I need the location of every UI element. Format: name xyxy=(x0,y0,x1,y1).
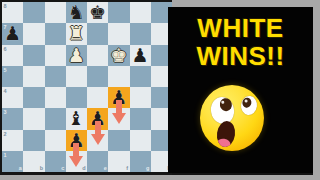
white-rook[interactable]: ♜ xyxy=(66,23,87,44)
white-pawn[interactable]: ♟ xyxy=(66,45,87,66)
square-b5[interactable] xyxy=(23,66,44,87)
square-c7[interactable] xyxy=(45,23,66,44)
square-d7[interactable]: ♜ xyxy=(66,23,87,44)
headline-line2: WINS!! xyxy=(168,42,313,70)
black-king[interactable]: ♚ xyxy=(87,2,108,23)
black-pawn[interactable]: ♟ xyxy=(2,23,23,44)
square-g4[interactable] xyxy=(130,87,151,108)
square-c3[interactable] xyxy=(45,108,66,129)
square-g2[interactable] xyxy=(130,130,151,151)
square-f2[interactable] xyxy=(108,130,129,151)
square-a6[interactable]: 6 xyxy=(2,45,23,66)
square-f1[interactable]: f xyxy=(108,151,129,172)
black-pawn[interactable]: ♟ xyxy=(130,45,151,66)
rank-label-4: 4 xyxy=(4,88,7,94)
square-g8[interactable] xyxy=(130,2,151,23)
square-d5[interactable] xyxy=(66,66,87,87)
square-d4[interactable] xyxy=(66,87,87,108)
square-g6[interactable]: ♟ xyxy=(130,45,151,66)
square-a8[interactable]: 8 xyxy=(2,2,23,23)
square-b3[interactable] xyxy=(23,108,44,129)
square-a3[interactable]: 3 xyxy=(2,108,23,129)
square-c8[interactable] xyxy=(45,2,66,23)
black-bishop[interactable]: ♝ xyxy=(66,108,87,129)
file-label-a: a xyxy=(19,165,22,171)
square-g5[interactable] xyxy=(130,66,151,87)
square-b1[interactable]: b xyxy=(23,151,44,172)
square-f7[interactable] xyxy=(108,23,129,44)
square-c2[interactable] xyxy=(45,130,66,151)
square-a2[interactable]: 2 xyxy=(2,130,23,151)
square-c1[interactable]: c xyxy=(45,151,66,172)
move-arrow-d2-d1 xyxy=(69,143,83,167)
white-king[interactable]: ♚ xyxy=(108,45,129,66)
rank-label-1: 1 xyxy=(4,152,7,158)
file-label-f: f xyxy=(126,165,128,171)
square-b8[interactable] xyxy=(23,2,44,23)
square-a1[interactable]: 1a xyxy=(2,151,23,172)
board-frame: 8♞♚7♟♜6♟♚♟54♟3♝♟2♟1abcdefgh xyxy=(0,0,172,175)
square-d6[interactable]: ♟ xyxy=(66,45,87,66)
move-arrow-f4-f3 xyxy=(112,100,126,124)
headline-line1: WHITE xyxy=(168,14,313,42)
square-e4[interactable] xyxy=(87,87,108,108)
shocked-face-emoji xyxy=(200,85,264,151)
square-e1[interactable]: e xyxy=(87,151,108,172)
square-c6[interactable] xyxy=(45,45,66,66)
square-b2[interactable] xyxy=(23,130,44,151)
move-arrow-e3-e2 xyxy=(91,121,105,145)
square-b4[interactable] xyxy=(23,87,44,108)
file-label-g: g xyxy=(146,165,149,171)
headline-text: WHITE WINS!! xyxy=(168,14,313,70)
file-label-b: b xyxy=(40,165,43,171)
square-a5[interactable]: 5 xyxy=(2,66,23,87)
square-b6[interactable] xyxy=(23,45,44,66)
square-d8[interactable]: ♞ xyxy=(66,2,87,23)
square-e5[interactable] xyxy=(87,66,108,87)
square-g3[interactable] xyxy=(130,108,151,129)
rank-label-2: 2 xyxy=(4,131,7,137)
square-e7[interactable] xyxy=(87,23,108,44)
rank-label-6: 6 xyxy=(4,46,7,52)
square-c5[interactable] xyxy=(45,66,66,87)
black-knight[interactable]: ♞ xyxy=(66,2,87,23)
square-g1[interactable]: g xyxy=(130,151,151,172)
rank-label-8: 8 xyxy=(4,3,7,9)
caption-panel: WHITE WINS!! xyxy=(168,7,313,173)
square-d3[interactable]: ♝ xyxy=(66,108,87,129)
square-b7[interactable] xyxy=(23,23,44,44)
square-f6[interactable]: ♚ xyxy=(108,45,129,66)
square-e8[interactable]: ♚ xyxy=(87,2,108,23)
file-label-e: e xyxy=(104,165,107,171)
square-g7[interactable] xyxy=(130,23,151,44)
file-label-c: c xyxy=(61,165,64,171)
thumbnail-canvas: 8♞♚7♟♜6♟♚♟54♟3♝♟2♟1abcdefgh WHITE WINS!! xyxy=(0,0,320,180)
emoji-right-pupil xyxy=(242,97,252,108)
square-c4[interactable] xyxy=(45,87,66,108)
square-f8[interactable] xyxy=(108,2,129,23)
square-a4[interactable]: 4 xyxy=(2,87,23,108)
square-f5[interactable] xyxy=(108,66,129,87)
square-e6[interactable] xyxy=(87,45,108,66)
rank-label-5: 5 xyxy=(4,67,7,73)
eye-glint xyxy=(244,99,247,102)
rank-label-3: 3 xyxy=(4,109,7,115)
eye-glint xyxy=(221,100,225,104)
chess-board[interactable]: 8♞♚7♟♜6♟♚♟54♟3♝♟2♟1abcdefgh xyxy=(2,2,172,172)
square-a7[interactable]: 7♟ xyxy=(2,23,23,44)
